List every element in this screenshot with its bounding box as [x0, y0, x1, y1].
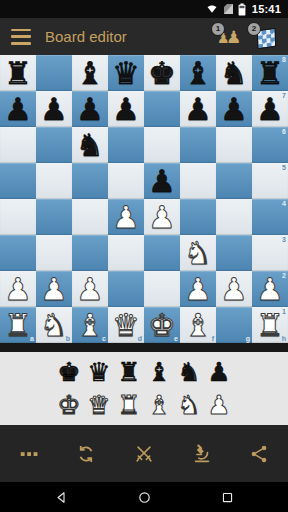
shortcut-badge-2: 2 — [247, 22, 261, 36]
chess-board[interactable]: ♜♝♛♚♝♞♜8♟♟♟♟♟♟♟7♞6♟5♟♟4♞3♟♟♟♟♟♟2♜a♞b♝c♛d… — [0, 55, 288, 343]
white-pawn[interactable]: ♟ — [220, 274, 248, 305]
tray-black-pawn[interactable]: ♟ — [206, 359, 233, 385]
square-a5[interactable] — [0, 163, 36, 199]
analysis-button[interactable] — [173, 425, 231, 482]
home-button[interactable] — [135, 488, 153, 506]
square-c1[interactable]: ♝c — [72, 307, 108, 343]
square-f5[interactable] — [180, 163, 216, 199]
tray-black-row: ♚♛♜♝♞♟ — [0, 359, 288, 385]
black-rook[interactable]: ♜ — [256, 58, 284, 89]
black-king[interactable]: ♚ — [148, 58, 176, 89]
square-c3[interactable] — [72, 235, 108, 271]
wifi-icon — [205, 3, 219, 15]
white-rook[interactable]: ♜ — [4, 310, 32, 341]
square-g7[interactable]: ♟ — [216, 91, 252, 127]
file-label: d — [138, 335, 142, 342]
black-pawn[interactable]: ♟ — [76, 94, 104, 125]
page-title: Board editor — [45, 28, 203, 45]
rank-label: 8 — [282, 56, 286, 63]
black-bishop[interactable]: ♝ — [184, 58, 212, 89]
square-e8[interactable]: ♚ — [144, 55, 180, 91]
white-bishop[interactable]: ♝ — [184, 310, 212, 341]
black-knight[interactable]: ♞ — [76, 130, 104, 161]
square-c6[interactable]: ♞ — [72, 127, 108, 163]
square-d8[interactable]: ♛ — [108, 55, 144, 91]
tray-white-queen[interactable]: ♛ — [86, 392, 113, 418]
sync-icon — [75, 443, 97, 465]
black-rook[interactable]: ♜ — [4, 58, 32, 89]
square-e6[interactable] — [144, 127, 180, 163]
square-a2[interactable]: ♟ — [0, 271, 36, 307]
square-h7[interactable]: ♟7 — [252, 91, 288, 127]
no-sim-icon — [223, 3, 234, 15]
square-b5[interactable] — [36, 163, 72, 199]
square-a7[interactable]: ♟ — [0, 91, 36, 127]
square-f6[interactable] — [180, 127, 216, 163]
screen: 15:41 Board editor 1 ♟♟ 2 ♜♝♛♚♝♞♜8♟♟♟♟♟♟… — [0, 0, 288, 512]
white-bishop[interactable]: ♝ — [76, 310, 104, 341]
microscope-icon — [191, 443, 213, 465]
share-button[interactable] — [230, 425, 288, 482]
square-a4[interactable] — [0, 199, 36, 235]
square-c4[interactable] — [72, 199, 108, 235]
black-pawn[interactable]: ♟ — [4, 94, 32, 125]
square-a1[interactable]: ♜a — [0, 307, 36, 343]
white-pawn[interactable]: ♟ — [40, 274, 68, 305]
more-options-button[interactable] — [0, 425, 58, 482]
square-e2[interactable] — [144, 271, 180, 307]
square-g4[interactable] — [216, 199, 252, 235]
square-c5[interactable] — [72, 163, 108, 199]
tray-black-knight[interactable]: ♞ — [176, 359, 203, 385]
square-h3[interactable]: 3 — [252, 235, 288, 271]
file-label: b — [66, 335, 70, 342]
clock: 15:41 — [252, 3, 281, 15]
back-triangle-icon — [54, 490, 69, 505]
file-label: g — [246, 335, 250, 342]
white-pawn[interactable]: ♟ — [256, 274, 284, 305]
square-e5[interactable]: ♟ — [144, 163, 180, 199]
home-circle-icon — [137, 490, 152, 505]
tray-black-queen[interactable]: ♛ — [86, 359, 113, 385]
white-pawn[interactable]: ♟ — [112, 202, 140, 233]
square-b7[interactable]: ♟ — [36, 91, 72, 127]
black-queen[interactable]: ♛ — [112, 58, 140, 89]
square-b1[interactable]: ♞b — [36, 307, 72, 343]
black-pawn[interactable]: ♟ — [256, 94, 284, 125]
black-pawn[interactable]: ♟ — [40, 94, 68, 125]
black-pawn[interactable]: ♟ — [112, 94, 140, 125]
square-g3[interactable] — [216, 235, 252, 271]
crossed-swords-icon — [133, 443, 155, 465]
select-board-action[interactable]: 2 — [253, 25, 277, 49]
square-e4[interactable]: ♟ — [144, 199, 180, 235]
white-king[interactable]: ♚ — [148, 310, 176, 341]
tray-white-king[interactable]: ♚ — [56, 392, 83, 418]
tray-black-king[interactable]: ♚ — [56, 359, 83, 385]
white-knight[interactable]: ♞ — [40, 310, 68, 341]
square-f1[interactable]: ♝f — [180, 307, 216, 343]
square-f3[interactable]: ♞ — [180, 235, 216, 271]
file-label: f — [212, 335, 214, 342]
divider — [0, 343, 288, 352]
tray-white-knight[interactable]: ♞ — [176, 392, 203, 418]
black-bishop[interactable]: ♝ — [76, 58, 104, 89]
back-button[interactable] — [52, 488, 70, 506]
square-a3[interactable] — [0, 235, 36, 271]
file-label: e — [174, 335, 178, 342]
black-pawn[interactable]: ♟ — [148, 166, 176, 197]
select-pieces-action[interactable]: 1 ♟♟ — [217, 25, 241, 49]
recents-button[interactable] — [218, 488, 236, 506]
square-c7[interactable]: ♟ — [72, 91, 108, 127]
white-knight[interactable]: ♞ — [184, 238, 212, 269]
rank-label: 1 — [282, 308, 286, 315]
square-d1[interactable]: ♛d — [108, 307, 144, 343]
square-d2[interactable] — [108, 271, 144, 307]
square-h8[interactable]: ♜8 — [252, 55, 288, 91]
square-g1[interactable]: g — [216, 307, 252, 343]
square-d6[interactable] — [108, 127, 144, 163]
square-h4[interactable]: 4 — [252, 199, 288, 235]
rank-label: 6 — [282, 128, 286, 135]
black-pawn[interactable]: ♟ — [220, 94, 248, 125]
app-bar-actions: 1 ♟♟ 2 — [217, 25, 277, 49]
ellipsis-icon — [18, 443, 40, 465]
rank-label: 5 — [282, 164, 286, 171]
square-h5[interactable]: 5 — [252, 163, 288, 199]
rank-label: 2 — [282, 272, 286, 279]
piece-tray: ♚♛♜♝♞♟ ♚♛♜♝♞♟ — [0, 352, 288, 425]
square-f7[interactable]: ♟ — [180, 91, 216, 127]
square-a8[interactable]: ♜ — [0, 55, 36, 91]
square-a6[interactable] — [0, 127, 36, 163]
android-nav-bar — [0, 482, 288, 512]
rank-label: 3 — [282, 236, 286, 243]
square-b4[interactable] — [36, 199, 72, 235]
white-pawn[interactable]: ♟ — [148, 202, 176, 233]
white-pawn[interactable]: ♟ — [76, 274, 104, 305]
file-label: h — [282, 335, 286, 342]
white-queen[interactable]: ♛ — [112, 310, 140, 341]
square-g8[interactable]: ♞ — [216, 55, 252, 91]
status-bar: 15:41 — [0, 0, 288, 18]
app-bar: Board editor 1 ♟♟ 2 — [0, 18, 288, 55]
square-g6[interactable] — [216, 127, 252, 163]
tray-white-pawn[interactable]: ♟ — [206, 392, 233, 418]
square-b6[interactable] — [36, 127, 72, 163]
shortcut-badge-1: 1 — [211, 22, 225, 36]
black-pawn[interactable]: ♟ — [184, 94, 212, 125]
square-e1[interactable]: ♚e — [144, 307, 180, 343]
menu-hamburger-icon[interactable] — [11, 29, 31, 45]
square-f2[interactable]: ♟ — [180, 271, 216, 307]
file-label: a — [30, 335, 34, 342]
square-f8[interactable]: ♝ — [180, 55, 216, 91]
square-d4[interactable]: ♟ — [108, 199, 144, 235]
white-pawn[interactable]: ♟ — [4, 274, 32, 305]
play-from-position-button[interactable] — [115, 425, 173, 482]
share-icon — [248, 443, 270, 465]
square-c2[interactable]: ♟ — [72, 271, 108, 307]
rank-label: 7 — [282, 92, 286, 99]
square-h1[interactable]: ♜h1 — [252, 307, 288, 343]
square-g2[interactable]: ♟ — [216, 271, 252, 307]
file-label: c — [102, 335, 106, 342]
tray-white-rook[interactable]: ♜ — [116, 392, 143, 418]
battery-icon — [238, 3, 246, 16]
square-h2[interactable]: ♟2 — [252, 271, 288, 307]
square-b3[interactable] — [36, 235, 72, 271]
recents-square-icon — [220, 490, 235, 505]
square-b2[interactable]: ♟ — [36, 271, 72, 307]
tray-white-row: ♚♛♜♝♞♟ — [0, 392, 288, 418]
square-h6[interactable]: 6 — [252, 127, 288, 163]
tray-white-bishop[interactable]: ♝ — [146, 392, 173, 418]
tray-black-bishop[interactable]: ♝ — [146, 359, 173, 385]
white-rook[interactable]: ♜ — [256, 310, 284, 341]
editor-toolbar — [0, 425, 288, 482]
square-c8[interactable]: ♝ — [72, 55, 108, 91]
black-knight[interactable]: ♞ — [220, 58, 248, 89]
square-d3[interactable] — [108, 235, 144, 271]
white-pawn[interactable]: ♟ — [184, 274, 212, 305]
square-d7[interactable]: ♟ — [108, 91, 144, 127]
tray-black-rook[interactable]: ♜ — [116, 359, 143, 385]
rank-label: 4 — [282, 200, 286, 207]
sync-position-button[interactable] — [58, 425, 116, 482]
square-e3[interactable] — [144, 235, 180, 271]
square-d5[interactable] — [108, 163, 144, 199]
square-g5[interactable] — [216, 163, 252, 199]
square-f4[interactable] — [180, 199, 216, 235]
square-b8[interactable] — [36, 55, 72, 91]
square-e7[interactable] — [144, 91, 180, 127]
